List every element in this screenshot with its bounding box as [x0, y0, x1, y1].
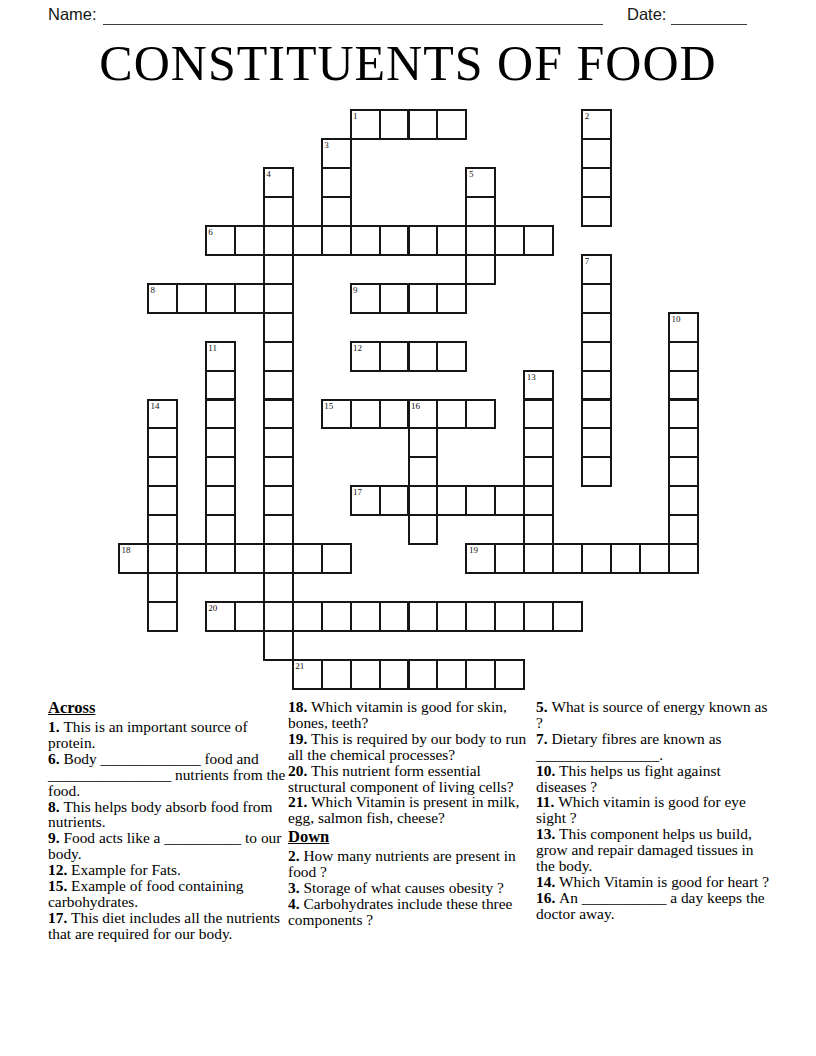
grid-cell-r14c5[interactable] [263, 514, 294, 545]
clue-number-label: 1. [48, 718, 63, 735]
clues-column-2: 18. Which vitamin is good for skin, bone… [288, 699, 533, 928]
grid-cell-r8c8[interactable]: 12 [350, 341, 381, 372]
grid-cell-r17c9[interactable] [379, 601, 410, 632]
grid-cell-r11c14[interactable] [523, 427, 554, 458]
grid-clue-number-10: 10 [672, 314, 681, 324]
grid-cell-r11c3[interactable] [205, 427, 236, 458]
clue-number-label: 2. [288, 847, 303, 864]
grid-cell-r11c16[interactable] [581, 427, 612, 458]
clue-1: 1. This is an important source of protei… [48, 719, 286, 751]
grid-cell-r13c5[interactable] [263, 485, 294, 516]
grid-cell-r17c7[interactable] [321, 601, 352, 632]
grid-cell-r11c10[interactable] [408, 427, 439, 458]
name-label: Name: [48, 5, 97, 24]
grid-cell-r19c10[interactable] [408, 659, 439, 690]
clue-21: 21. Which Vitamin is present in milk, eg… [288, 794, 533, 826]
grid-cell-r17c10[interactable] [408, 601, 439, 632]
grid-cell-r3c16[interactable] [581, 196, 612, 227]
grid-cell-r19c9[interactable] [379, 659, 410, 690]
clue-number-label: 20. [288, 762, 311, 779]
grid-cell-r2c12[interactable]: 5 [465, 167, 496, 198]
grid-cell-r4c14[interactable] [523, 225, 554, 256]
name-write-line[interactable] [103, 24, 603, 25]
grid-cell-r13c11[interactable] [436, 485, 467, 516]
grid-cell-r13c14[interactable] [523, 485, 554, 516]
clue-number-label: 6. [48, 750, 63, 767]
grid-cell-r15c13[interactable] [494, 543, 525, 574]
grid-cell-r19c12[interactable] [465, 659, 496, 690]
grid-cell-r12c1[interactable] [147, 456, 178, 487]
grid-cell-r14c1[interactable] [147, 514, 178, 545]
grid-cell-r17c13[interactable] [494, 601, 525, 632]
grid-cell-r13c1[interactable] [147, 485, 178, 516]
grid-clue-number-3: 3 [324, 140, 329, 150]
clue-number-label: 9. [48, 829, 63, 846]
grid-cell-r15c6[interactable] [292, 543, 323, 574]
grid-cell-r9c14[interactable]: 13 [523, 370, 554, 401]
grid-cell-r15c19[interactable] [668, 543, 699, 574]
grid-clue-number-19: 19 [469, 545, 478, 555]
grid-cell-r14c14[interactable] [523, 514, 554, 545]
grid-cell-r4c7[interactable] [321, 225, 352, 256]
clue-number-label: 19. [288, 730, 311, 747]
grid-cell-r10c11[interactable] [436, 399, 467, 430]
grid-cell-r0c10[interactable] [408, 109, 439, 140]
grid-cell-r17c1[interactable] [147, 601, 178, 632]
grid-cell-r17c15[interactable] [552, 601, 583, 632]
clue-number-label: 13. [536, 825, 559, 842]
grid-cell-r15c3[interactable] [205, 543, 236, 574]
grid-cell-r0c8[interactable]: 1 [350, 109, 381, 140]
grid-cell-r17c6[interactable] [292, 601, 323, 632]
grid-clue-number-7: 7 [585, 256, 590, 266]
clue-number-label: 7. [536, 730, 551, 747]
grid-cell-r13c3[interactable] [205, 485, 236, 516]
page-title: CONSTITUENTS OF FOOD [0, 34, 816, 92]
clue-6: 6. Body _____________ food and _________… [48, 751, 286, 799]
grid-cell-r12c3[interactable] [205, 456, 236, 487]
date-label: Date: [627, 5, 666, 24]
grid-cell-r17c5[interactable] [263, 601, 294, 632]
grid-cell-r19c11[interactable] [436, 659, 467, 690]
grid-cell-r16c5[interactable] [263, 572, 294, 603]
grid-cell-r15c1[interactable] [147, 543, 178, 574]
clue-number-label: 21. [288, 793, 311, 810]
grid-cell-r17c11[interactable] [436, 601, 467, 632]
grid-cell-r6c5[interactable] [263, 283, 294, 314]
clue-19: 19. This is required by our body to run … [288, 731, 533, 763]
grid-cell-r8c10[interactable] [408, 341, 439, 372]
grid-cell-r6c4[interactable] [234, 283, 265, 314]
grid-cell-r19c6[interactable]: 21 [292, 659, 323, 690]
grid-cell-r17c4[interactable] [234, 601, 265, 632]
grid-cell-r10c8[interactable] [350, 399, 381, 430]
grid-clue-number-6: 6 [208, 227, 213, 237]
grid-clue-number-2: 2 [585, 111, 590, 121]
grid-cell-r9c5[interactable] [263, 370, 294, 401]
grid-cell-r13c12[interactable] [465, 485, 496, 516]
grid-clue-number-18: 18 [122, 545, 131, 555]
grid-cell-r4c3[interactable]: 6 [205, 225, 236, 256]
grid-clue-number-13: 13 [527, 372, 536, 382]
grid-clue-number-9: 9 [353, 285, 358, 295]
clue-number-label: 11. [536, 793, 558, 810]
grid-cell-r15c5[interactable] [263, 543, 294, 574]
grid-cell-r15c12[interactable]: 19 [465, 543, 496, 574]
grid-cell-r15c15[interactable] [552, 543, 583, 574]
clue-4: 4. Carbohydrates include these three com… [288, 896, 533, 928]
grid-clue-number-1: 1 [353, 111, 358, 121]
grid-cell-r4c8[interactable] [350, 225, 381, 256]
grid-cell-r10c16[interactable] [581, 399, 612, 430]
clue-number-label: 12. [48, 861, 71, 878]
grid-cell-r6c3[interactable] [205, 283, 236, 314]
grid-cell-r15c0[interactable]: 18 [118, 543, 149, 574]
grid-cell-r14c10[interactable] [408, 514, 439, 545]
grid-cell-r10c10[interactable]: 16 [408, 399, 439, 430]
grid-cell-r17c12[interactable] [465, 601, 496, 632]
grid-cell-r0c11[interactable] [436, 109, 467, 140]
grid-cell-r10c1[interactable]: 14 [147, 399, 178, 430]
grid-cell-r7c19[interactable]: 10 [668, 312, 699, 343]
grid-cell-r8c9[interactable] [379, 341, 410, 372]
grid-cell-r4c4[interactable] [234, 225, 265, 256]
grid-clue-number-20: 20 [208, 603, 217, 613]
grid-clue-number-12: 12 [353, 343, 362, 353]
grid-clue-number-11: 11 [208, 343, 217, 353]
grid-clue-number-17: 17 [353, 487, 362, 497]
clue-number-label: 17. [48, 909, 71, 926]
grid-clue-number-15: 15 [324, 401, 333, 411]
grid-cell-r15c14[interactable] [523, 543, 554, 574]
grid-cell-r5c12[interactable] [465, 254, 496, 285]
grid-cell-r12c14[interactable] [523, 456, 554, 487]
grid-cell-r1c7[interactable]: 3 [321, 138, 352, 169]
clue-8: 8. This helps body absorb food from nutr… [48, 799, 286, 831]
grid-cell-r4c9[interactable] [379, 225, 410, 256]
grid-clue-number-8: 8 [150, 285, 155, 295]
grid-cell-r4c10[interactable] [408, 225, 439, 256]
grid-cell-r2c5[interactable]: 4 [263, 167, 294, 198]
clues-column-3: 5. What is source of energy known as ?7.… [536, 699, 772, 922]
grid-clue-number-14: 14 [150, 401, 159, 411]
clue-2: 2. How many nutrients are present in foo… [288, 848, 533, 880]
clue-11: 11. Which vitamin is good for eye sight … [536, 794, 772, 826]
grid-clue-number-21: 21 [295, 661, 304, 671]
clue-list-header-across: Across [48, 699, 286, 716]
clue-14: 14. Which Vitamin is good for heart ? [536, 874, 772, 890]
grid-cell-r7c16[interactable] [581, 312, 612, 343]
grid-cell-r17c3[interactable]: 20 [205, 601, 236, 632]
grid-cell-r8c16[interactable] [581, 341, 612, 372]
grid-cell-r12c10[interactable] [408, 456, 439, 487]
grid-cell-r6c16[interactable] [581, 283, 612, 314]
clue-5: 5. What is source of energy known as ? [536, 699, 772, 731]
grid-cell-r13c19[interactable] [668, 485, 699, 516]
grid-cell-r10c5[interactable] [263, 399, 294, 430]
grid-cell-r6c11[interactable] [436, 283, 467, 314]
clue-number-label: 8. [48, 798, 63, 815]
worksheet-page: Name: Date: CONSTITUENTS OF FOOD 1234567… [0, 0, 816, 1056]
clue-17: 17. This diet includes all the nutrients… [48, 910, 286, 942]
grid-cell-r12c19[interactable] [668, 456, 699, 487]
grid-cell-r4c6[interactable] [292, 225, 323, 256]
clue-list-header-down: Down [288, 828, 533, 845]
grid-cell-r11c5[interactable] [263, 427, 294, 458]
clue-18: 18. Which vitamin is good for skin, bone… [288, 699, 533, 731]
grid-cell-r6c8[interactable]: 9 [350, 283, 381, 314]
grid-cell-r5c16[interactable]: 7 [581, 254, 612, 285]
grid-cell-r18c5[interactable] [263, 630, 294, 661]
grid-cell-r9c19[interactable] [668, 370, 699, 401]
grid-cell-r16c1[interactable] [147, 572, 178, 603]
grid-clue-number-5: 5 [469, 169, 474, 179]
clue-number-label: 4. [288, 895, 303, 912]
grid-cell-r17c14[interactable] [523, 601, 554, 632]
grid-cell-r10c14[interactable] [523, 399, 554, 430]
grid-cell-r10c3[interactable] [205, 399, 236, 430]
grid-cell-r14c3[interactable] [205, 514, 236, 545]
grid-cell-r14c19[interactable] [668, 514, 699, 545]
clue-number-label: 5. [536, 698, 551, 715]
clue-number-label: 14. [536, 873, 559, 890]
grid-cell-r15c4[interactable] [234, 543, 265, 574]
grid-cell-r12c5[interactable] [263, 456, 294, 487]
grid-cell-r2c16[interactable] [581, 167, 612, 198]
grid-cell-r6c2[interactable] [176, 283, 207, 314]
clue-10: 10. This helps us fight against diseases… [536, 763, 772, 795]
clue-16: 16. An ___________ a day keeps the docto… [536, 890, 772, 922]
clues-column-1: Across1. This is an important source of … [48, 699, 286, 942]
date-write-line[interactable] [671, 24, 747, 25]
grid-cell-r19c7[interactable] [321, 659, 352, 690]
grid-cell-r0c9[interactable] [379, 109, 410, 140]
grid-cell-r6c1[interactable]: 8 [147, 283, 178, 314]
grid-cell-r10c7[interactable]: 15 [321, 399, 352, 430]
grid-cell-r19c8[interactable] [350, 659, 381, 690]
clue-7: 7. Dietary fibres are known as _________… [536, 731, 772, 763]
grid-cell-r17c8[interactable] [350, 601, 381, 632]
grid-cell-r10c9[interactable] [379, 399, 410, 430]
grid-cell-r15c17[interactable] [610, 543, 641, 574]
grid-cell-r9c3[interactable] [205, 370, 236, 401]
grid-cell-r19c13[interactable] [494, 659, 525, 690]
grid-cell-r1c16[interactable] [581, 138, 612, 169]
grid-cell-r3c7[interactable] [321, 196, 352, 227]
clue-3: 3. Storage of what causes obesity ? [288, 880, 533, 896]
clue-number-label: 3. [288, 879, 303, 896]
grid-cell-r4c5[interactable] [263, 225, 294, 256]
grid-cell-r5c5[interactable] [263, 254, 294, 285]
clue-number-label: 16. [536, 889, 559, 906]
clue-13: 13. This component helps us build, grow … [536, 826, 772, 874]
grid-cell-r13c10[interactable] [408, 485, 439, 516]
grid-cell-r13c9[interactable] [379, 485, 410, 516]
grid-cell-r3c12[interactable] [465, 196, 496, 227]
clue-number-label: 18. [288, 698, 311, 715]
grid-clue-number-4: 4 [266, 169, 271, 179]
grid-cell-r11c1[interactable] [147, 427, 178, 458]
grid-cell-r0c16[interactable]: 2 [581, 109, 612, 140]
clue-20: 20. This nutrient form essential structu… [288, 763, 533, 795]
clue-9: 9. Food acts like a __________ to our bo… [48, 830, 286, 862]
grid-cell-r9c16[interactable] [581, 370, 612, 401]
grid-cell-r15c18[interactable] [639, 543, 670, 574]
grid-cell-r7c5[interactable] [263, 312, 294, 343]
grid-cell-r6c10[interactable] [408, 283, 439, 314]
grid-cell-r8c19[interactable] [668, 341, 699, 372]
grid-clue-number-16: 16 [411, 401, 420, 411]
clue-number-label: 15. [48, 877, 71, 894]
clue-15: 15. Example of food containing carbohydr… [48, 878, 286, 910]
grid-cell-r8c5[interactable] [263, 341, 294, 372]
clue-number-label: 10. [536, 762, 559, 779]
grid-cell-r15c16[interactable] [581, 543, 612, 574]
grid-cell-r2c7[interactable] [321, 167, 352, 198]
grid-cell-r15c2[interactable] [176, 543, 207, 574]
crossword-grid: 123456789101112131415161718192021 [119, 110, 698, 689]
grid-cell-r13c8[interactable]: 17 [350, 485, 381, 516]
grid-cell-r4c11[interactable] [436, 225, 467, 256]
grid-cell-r4c12[interactable] [465, 225, 496, 256]
grid-cell-r8c3[interactable]: 11 [205, 341, 236, 372]
grid-cell-r12c16[interactable] [581, 456, 612, 487]
grid-cell-r8c11[interactable] [436, 341, 467, 372]
grid-cell-r11c19[interactable] [668, 427, 699, 458]
grid-cell-r3c5[interactable] [263, 196, 294, 227]
grid-cell-r6c9[interactable] [379, 283, 410, 314]
clue-12: 12. Example for Fats. [48, 862, 286, 878]
grid-cell-r10c19[interactable] [668, 399, 699, 430]
grid-cell-r10c12[interactable] [465, 399, 496, 430]
grid-cell-r4c13[interactable] [494, 225, 525, 256]
grid-cell-r15c7[interactable] [321, 543, 352, 574]
grid-cell-r13c13[interactable] [494, 485, 525, 516]
